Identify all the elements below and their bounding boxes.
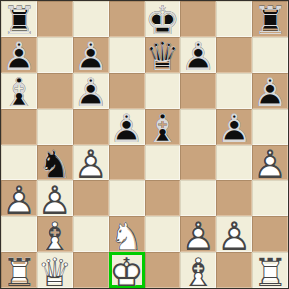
white-rook-glyph: ♜ [1,254,37,289]
white-pawn-outline: ♙ [37,182,73,218]
white-pawn[interactable]: ♟♙ [180,216,216,252]
square-f8[interactable] [180,1,216,37]
square-h7[interactable] [252,37,288,73]
white-bishop[interactable]: ♝♗ [180,252,216,288]
white-pawn[interactable]: ♟♙ [252,145,288,181]
white-king[interactable]: ♚♔ [109,252,145,288]
chess-board: ♜♖♚♔♜♖♟♙♟♙♛♕♟♙♝♗♟♙♟♙♟♙♝♗♟♙♞♘♟♙♟♙♟♙♟♙♝♗♞♘… [0,0,289,289]
square-a2[interactable] [1,216,37,252]
square-g8[interactable] [216,1,252,37]
square-a3[interactable]: ♟♙ [1,180,37,216]
black-pawn[interactable]: ♟♙ [109,109,145,145]
square-g1[interactable] [216,252,252,288]
white-pawn-outline: ♙ [180,218,216,254]
white-pawn-outline: ♙ [73,146,109,182]
square-d8[interactable] [109,1,145,37]
black-pawn-outline: ♙ [216,110,252,146]
square-b8[interactable] [37,1,73,37]
square-h1[interactable]: ♜♖ [252,252,288,288]
black-pawn-outline: ♙ [1,38,37,74]
square-c3[interactable] [73,180,109,216]
black-pawn[interactable]: ♟♙ [73,73,109,109]
white-pawn-outline: ♙ [1,182,37,218]
square-g2[interactable]: ♟♙ [216,216,252,252]
black-knight-glyph: ♞ [37,146,73,182]
square-c6[interactable]: ♟♙ [73,73,109,109]
black-pawn-glyph: ♟ [73,38,109,74]
square-a8[interactable]: ♜♖ [1,1,37,37]
square-f5[interactable] [180,109,216,145]
black-rook-outline: ♖ [1,3,37,39]
black-pawn-outline: ♙ [73,38,109,74]
square-d5[interactable]: ♟♙ [109,109,145,145]
white-queen-outline: ♕ [37,254,73,289]
white-bishop-glyph: ♝ [180,254,216,289]
square-g6[interactable] [216,73,252,109]
square-b5[interactable] [37,109,73,145]
square-a5[interactable] [1,109,37,145]
square-f3[interactable] [180,180,216,216]
white-queen[interactable]: ♛♕ [37,252,73,288]
black-rook-glyph: ♜ [1,3,37,39]
black-king-glyph: ♚ [145,3,181,39]
square-a4[interactable] [1,145,37,181]
white-bishop-glyph: ♝ [37,218,73,254]
black-queen-glyph: ♛ [145,38,181,74]
square-c7[interactable]: ♟♙ [73,37,109,73]
square-h5[interactable] [252,109,288,145]
square-e1[interactable] [145,252,181,288]
black-pawn[interactable]: ♟♙ [180,37,216,73]
square-e5[interactable]: ♝♗ [145,109,181,145]
black-king-outline: ♔ [145,3,181,39]
black-bishop-glyph: ♝ [1,74,37,110]
black-pawn-glyph: ♟ [109,110,145,146]
square-c1[interactable] [73,252,109,288]
square-c8[interactable] [73,1,109,37]
white-pawn-glyph: ♟ [37,182,73,218]
black-pawn-outline: ♙ [180,38,216,74]
square-f6[interactable] [180,73,216,109]
white-pawn[interactable]: ♟♙ [216,216,252,252]
square-d3[interactable] [109,180,145,216]
black-pawn-outline: ♙ [252,74,288,110]
white-queen-glyph: ♛ [37,254,73,289]
black-rook-outline: ♖ [252,3,288,39]
black-pawn-outline: ♙ [109,110,145,146]
square-e2[interactable] [145,216,181,252]
black-rook[interactable]: ♜♖ [252,1,288,37]
square-e3[interactable] [145,180,181,216]
black-queen[interactable]: ♛♕ [145,37,181,73]
square-b1[interactable]: ♛♕ [37,252,73,288]
black-bishop[interactable]: ♝♗ [145,109,181,145]
white-knight-glyph: ♞ [109,218,145,254]
square-h8[interactable]: ♜♖ [252,1,288,37]
square-h6[interactable]: ♟♙ [252,73,288,109]
square-a1[interactable]: ♜♖ [1,252,37,288]
square-f2[interactable]: ♟♙ [180,216,216,252]
white-pawn-glyph: ♟ [73,146,109,182]
square-f7[interactable]: ♟♙ [180,37,216,73]
white-pawn[interactable]: ♟♙ [73,145,109,181]
square-g5[interactable]: ♟♙ [216,109,252,145]
black-king[interactable]: ♚♔ [145,1,181,37]
square-b7[interactable] [37,37,73,73]
square-c5[interactable] [73,109,109,145]
white-bishop-outline: ♗ [37,218,73,254]
black-pawn-outline: ♙ [73,74,109,110]
black-pawn[interactable]: ♟♙ [73,37,109,73]
black-bishop-glyph: ♝ [145,110,181,146]
black-pawn[interactable]: ♟♙ [1,37,37,73]
square-e4[interactable] [145,145,181,181]
square-d2[interactable]: ♞♘ [109,216,145,252]
black-pawn-glyph: ♟ [1,38,37,74]
white-rook-outline: ♖ [252,254,288,289]
square-h3[interactable] [252,180,288,216]
square-e6[interactable] [145,73,181,109]
black-rook[interactable]: ♜♖ [1,1,37,37]
square-d1[interactable]: ♚♔ [109,252,145,288]
chess-board-window: ♜♖♚♔♜♖♟♙♟♙♛♕♟♙♝♗♟♙♟♙♟♙♝♗♟♙♞♘♟♙♟♙♟♙♟♙♝♗♞♘… [0,0,289,289]
square-b3[interactable]: ♟♙ [37,180,73,216]
black-knight-outline: ♘ [37,146,73,182]
black-bishop[interactable]: ♝♗ [1,73,37,109]
white-bishop-outline: ♗ [180,254,216,289]
white-rook[interactable]: ♜♖ [252,252,288,288]
square-f1[interactable]: ♝♗ [180,252,216,288]
white-knight[interactable]: ♞♘ [109,216,145,252]
white-pawn-outline: ♙ [216,218,252,254]
black-pawn[interactable]: ♟♙ [252,73,288,109]
square-f4[interactable] [180,145,216,181]
square-b4[interactable]: ♞♘ [37,145,73,181]
square-c2[interactable] [73,216,109,252]
square-a7[interactable]: ♟♙ [1,37,37,73]
black-queen-outline: ♕ [145,38,181,74]
white-pawn-outline: ♙ [252,146,288,182]
square-a6[interactable]: ♝♗ [1,73,37,109]
black-rook-glyph: ♜ [252,3,288,39]
black-pawn-glyph: ♟ [73,74,109,110]
black-pawn[interactable]: ♟♙ [216,109,252,145]
square-d6[interactable] [109,73,145,109]
square-e8[interactable]: ♚♔ [145,1,181,37]
black-pawn-glyph: ♟ [252,74,288,110]
square-d4[interactable] [109,145,145,181]
square-g4[interactable] [216,145,252,181]
white-king-glyph: ♚ [109,254,145,289]
square-e7[interactable]: ♛♕ [145,37,181,73]
black-bishop-outline: ♗ [145,110,181,146]
square-b6[interactable] [37,73,73,109]
square-h4[interactable]: ♟♙ [252,145,288,181]
white-pawn-glyph: ♟ [1,182,37,218]
square-b2[interactable]: ♝♗ [37,216,73,252]
square-g3[interactable] [216,180,252,216]
square-c4[interactable]: ♟♙ [73,145,109,181]
white-pawn[interactable]: ♟♙ [1,180,37,216]
white-rook-outline: ♖ [1,254,37,289]
square-h2[interactable] [252,216,288,252]
white-rook-glyph: ♜ [252,254,288,289]
black-pawn-glyph: ♟ [180,38,216,74]
black-knight[interactable]: ♞♘ [37,145,73,181]
white-rook[interactable]: ♜♖ [1,252,37,288]
black-pawn-glyph: ♟ [216,110,252,146]
square-g7[interactable] [216,37,252,73]
black-bishop-outline: ♗ [1,74,37,110]
white-king-outline: ♔ [109,254,145,289]
white-pawn-glyph: ♟ [216,218,252,254]
white-knight-outline: ♘ [109,218,145,254]
white-bishop[interactable]: ♝♗ [37,216,73,252]
white-pawn-glyph: ♟ [180,218,216,254]
white-pawn[interactable]: ♟♙ [37,180,73,216]
square-d7[interactable] [109,37,145,73]
white-pawn-glyph: ♟ [252,146,288,182]
